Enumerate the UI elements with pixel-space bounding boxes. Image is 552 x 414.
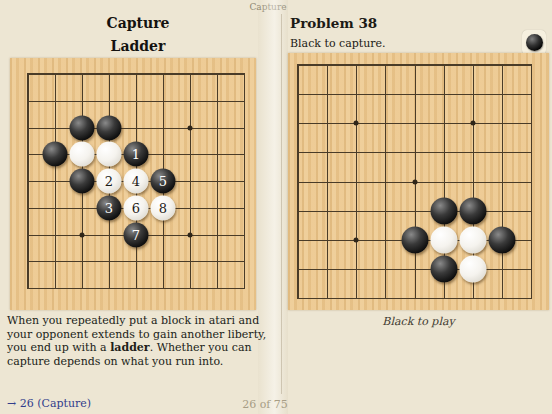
grid-line [502, 65, 503, 298]
go-grid [297, 64, 532, 299]
grid-line [244, 74, 245, 288]
black-stone [43, 142, 68, 167]
black-stone [459, 197, 486, 224]
grid-line [298, 211, 531, 212]
ladder-diagram-board[interactable]: 12453687 [10, 58, 256, 310]
grid-line [190, 74, 191, 288]
problem-instruction: Black to capture. [290, 37, 386, 50]
grid-line [217, 74, 218, 288]
black-stone [70, 169, 95, 194]
black-stone-move-1: 1 [124, 142, 149, 167]
go-grid: 12453687 [27, 73, 245, 289]
left-page-title: Capture [0, 15, 276, 31]
white-stone-move-2: 2 [97, 169, 122, 194]
white-stone [430, 226, 457, 253]
black-stone [401, 226, 428, 253]
black-stone-icon [526, 34, 543, 51]
lesson-text-keyword: ladder [110, 341, 149, 354]
grid-line [531, 65, 532, 298]
white-stone-move-6: 6 [124, 195, 149, 220]
grid-line [28, 288, 244, 289]
board-caption: Black to play [288, 315, 549, 328]
star-point [188, 125, 193, 130]
app-window: Capture Capture Ladder 12453687 When you… [0, 0, 552, 414]
black-stone [430, 197, 457, 224]
black-stone [70, 115, 95, 140]
star-point [412, 179, 417, 184]
problem-title: Problem 38 [290, 15, 377, 31]
star-point [470, 121, 475, 126]
turn-indicator-chip [522, 30, 546, 55]
black-stone [430, 255, 457, 282]
white-stone [459, 255, 486, 282]
white-stone-move-8: 8 [151, 195, 176, 220]
black-stone-move-5: 5 [151, 169, 176, 194]
white-stone [459, 226, 486, 253]
grid-line [298, 298, 531, 299]
grid-line [28, 261, 244, 262]
star-point [354, 237, 359, 242]
black-stone-move-7: 7 [124, 222, 149, 247]
star-point [188, 232, 193, 237]
white-stone-move-4: 4 [124, 169, 149, 194]
page-indicator: 26 of 75 [215, 398, 315, 411]
back-to-section-link[interactable]: → 26 (Capture) [7, 397, 91, 410]
black-stone [488, 226, 515, 253]
left-page-subtitle: Ladder [0, 38, 276, 54]
chapter-header: Capture [218, 2, 318, 12]
star-point [80, 232, 85, 237]
problem-board[interactable] [288, 53, 549, 310]
white-stone [70, 142, 95, 167]
white-stone [97, 142, 122, 167]
lesson-text: When you repeatedly put a block in atari… [7, 314, 270, 368]
star-point [354, 121, 359, 126]
black-stone [97, 115, 122, 140]
black-stone-move-3: 3 [97, 195, 122, 220]
grid-line [298, 269, 531, 270]
page-divider [281, 14, 282, 394]
